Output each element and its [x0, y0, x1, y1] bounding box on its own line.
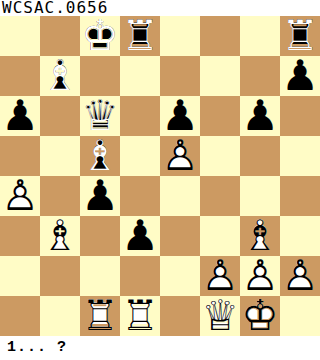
square-d2[interactable] — [120, 256, 160, 296]
square-h4[interactable] — [280, 176, 320, 216]
black-bishop-piece[interactable]: ♝♗ — [80, 136, 120, 176]
square-c2[interactable] — [80, 256, 120, 296]
square-g1[interactable]: ♚♔ — [240, 296, 280, 336]
square-a3[interactable] — [0, 216, 40, 256]
square-e8[interactable] — [160, 16, 200, 56]
square-g7[interactable] — [240, 56, 280, 96]
square-f4[interactable] — [200, 176, 240, 216]
square-b3[interactable]: ♝♗ — [40, 216, 80, 256]
white-pawn-piece[interactable]: ♟♙ — [240, 256, 280, 296]
square-h1[interactable] — [280, 296, 320, 336]
square-d1[interactable]: ♜♖ — [120, 296, 160, 336]
square-f5[interactable] — [200, 136, 240, 176]
square-b6[interactable] — [40, 96, 80, 136]
white-bishop-piece[interactable]: ♝♗ — [40, 216, 80, 256]
black-pawn-piece[interactable]: ♟ — [280, 56, 320, 96]
square-b7[interactable]: ♝♗ — [40, 56, 80, 96]
square-b2[interactable] — [40, 256, 80, 296]
square-g6[interactable]: ♟ — [240, 96, 280, 136]
white-pawn-piece[interactable]: ♟♙ — [200, 256, 240, 296]
square-f2[interactable]: ♟♙ — [200, 256, 240, 296]
square-f1[interactable]: ♛♕ — [200, 296, 240, 336]
white-king-piece[interactable]: ♚♔ — [240, 296, 280, 336]
square-d8[interactable]: ♜♖ — [120, 16, 160, 56]
square-c7[interactable] — [80, 56, 120, 96]
black-pawn-piece[interactable]: ♟ — [240, 96, 280, 136]
square-a2[interactable] — [0, 256, 40, 296]
white-bishop-piece[interactable]: ♝♗ — [240, 216, 280, 256]
square-e7[interactable] — [160, 56, 200, 96]
square-d3[interactable]: ♟ — [120, 216, 160, 256]
square-d6[interactable] — [120, 96, 160, 136]
square-d5[interactable] — [120, 136, 160, 176]
square-h7[interactable]: ♟ — [280, 56, 320, 96]
square-g4[interactable] — [240, 176, 280, 216]
black-pawn-piece[interactable]: ♟ — [160, 96, 200, 136]
square-a6[interactable]: ♟ — [0, 96, 40, 136]
square-a5[interactable] — [0, 136, 40, 176]
square-d7[interactable] — [120, 56, 160, 96]
square-g2[interactable]: ♟♙ — [240, 256, 280, 296]
black-pawn-piece[interactable]: ♟ — [0, 96, 40, 136]
square-a1[interactable] — [0, 296, 40, 336]
square-h8[interactable]: ♜♖ — [280, 16, 320, 56]
square-e3[interactable] — [160, 216, 200, 256]
square-g8[interactable] — [240, 16, 280, 56]
square-f6[interactable] — [200, 96, 240, 136]
black-king-piece[interactable]: ♚♔ — [80, 16, 120, 56]
square-c5[interactable]: ♝♗ — [80, 136, 120, 176]
square-c3[interactable] — [80, 216, 120, 256]
square-g5[interactable] — [240, 136, 280, 176]
puzzle-id: WCSAC.0656 — [0, 0, 320, 16]
square-f3[interactable] — [200, 216, 240, 256]
chess-puzzle-app: WCSAC.0656 ♚♔♜♖♜♖♝♗♟♟♛♕♟♟♝♗♟♙♟♙♟♝♗♟♝♗♟♙♟… — [0, 0, 320, 360]
black-pawn-piece[interactable]: ♟ — [120, 216, 160, 256]
square-e6[interactable]: ♟ — [160, 96, 200, 136]
square-e1[interactable] — [160, 296, 200, 336]
square-b1[interactable] — [40, 296, 80, 336]
square-e4[interactable] — [160, 176, 200, 216]
square-h6[interactable] — [280, 96, 320, 136]
white-queen-piece[interactable]: ♛♕ — [200, 296, 240, 336]
square-a4[interactable]: ♟♙ — [0, 176, 40, 216]
square-a8[interactable] — [0, 16, 40, 56]
black-rook-piece[interactable]: ♜♖ — [120, 16, 160, 56]
chess-board: ♚♔♜♖♜♖♝♗♟♟♛♕♟♟♝♗♟♙♟♙♟♝♗♟♝♗♟♙♟♙♟♙♜♖♜♖♛♕♚♔ — [0, 16, 320, 336]
square-f7[interactable] — [200, 56, 240, 96]
move-prompt: 1... ? — [0, 336, 320, 360]
square-b4[interactable] — [40, 176, 80, 216]
black-pawn-piece[interactable]: ♟ — [80, 176, 120, 216]
square-b8[interactable] — [40, 16, 80, 56]
black-queen-piece[interactable]: ♛♕ — [80, 96, 120, 136]
square-d4[interactable] — [120, 176, 160, 216]
square-c8[interactable]: ♚♔ — [80, 16, 120, 56]
white-pawn-piece[interactable]: ♟♙ — [280, 256, 320, 296]
square-f8[interactable] — [200, 16, 240, 56]
white-rook-piece[interactable]: ♜♖ — [120, 296, 160, 336]
square-e5[interactable]: ♟♙ — [160, 136, 200, 176]
black-rook-piece[interactable]: ♜♖ — [280, 16, 320, 56]
square-a7[interactable] — [0, 56, 40, 96]
square-g3[interactable]: ♝♗ — [240, 216, 280, 256]
square-c1[interactable]: ♜♖ — [80, 296, 120, 336]
square-h5[interactable] — [280, 136, 320, 176]
white-rook-piece[interactable]: ♜♖ — [80, 296, 120, 336]
square-e2[interactable] — [160, 256, 200, 296]
square-b5[interactable] — [40, 136, 80, 176]
black-bishop-piece[interactable]: ♝♗ — [40, 56, 80, 96]
square-h2[interactable]: ♟♙ — [280, 256, 320, 296]
white-pawn-piece[interactable]: ♟♙ — [160, 136, 200, 176]
square-c4[interactable]: ♟ — [80, 176, 120, 216]
square-h3[interactable] — [280, 216, 320, 256]
white-pawn-piece[interactable]: ♟♙ — [0, 176, 40, 216]
square-c6[interactable]: ♛♕ — [80, 96, 120, 136]
